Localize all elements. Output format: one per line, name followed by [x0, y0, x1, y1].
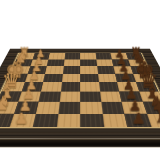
scene: ♜♟♟♜♞♟♟♞♝♟♟♝♚♟♟♚♛♟♟♛♝♟♟♝♞♟♟♞♜♟♟♜ — [0, 0, 160, 160]
square-e5[interactable] — [80, 74, 99, 82]
square-a5[interactable] — [80, 114, 104, 127]
square-b3[interactable] — [36, 102, 59, 114]
square-a4[interactable] — [56, 114, 80, 127]
square-b5[interactable] — [80, 102, 102, 114]
chess-board: ♜♟♟♜♞♟♟♞♝♟♟♝♚♟♟♚♛♟♟♛♝♟♟♝♞♟♟♞♜♟♟♜ — [0, 49, 160, 139]
square-h4[interactable] — [64, 53, 80, 59]
board-edge — [0, 138, 160, 147]
square-f6[interactable] — [97, 66, 115, 74]
piece-black-rook[interactable]: ♜ — [154, 107, 160, 126]
square-d3[interactable] — [41, 82, 62, 91]
piece-white-rook[interactable]: ♜ — [0, 107, 6, 126]
square-h5[interactable] — [80, 53, 96, 59]
square-a2[interactable]: ♟ — [9, 114, 36, 127]
piece-white-pawn[interactable]: ♟ — [14, 111, 28, 126]
square-g3[interactable] — [47, 59, 64, 66]
square-d5[interactable] — [80, 82, 100, 91]
square-g4[interactable] — [63, 59, 80, 66]
square-g5[interactable] — [80, 59, 97, 66]
square-h6[interactable] — [95, 53, 112, 59]
square-c4[interactable] — [59, 91, 80, 101]
square-a7[interactable]: ♟ — [124, 114, 151, 127]
square-d6[interactable] — [99, 82, 120, 91]
board-grid: ♜♟♟♜♞♟♟♞♝♟♟♝♚♟♟♚♛♟♟♛♝♟♟♝♞♟♟♞♜♟♟♜ — [0, 53, 160, 127]
square-h3[interactable] — [48, 53, 65, 59]
square-b4[interactable] — [58, 102, 80, 114]
square-a6[interactable] — [102, 114, 127, 127]
square-c6[interactable] — [100, 91, 122, 101]
square-f4[interactable] — [62, 66, 80, 74]
square-e3[interactable] — [43, 74, 62, 82]
square-b6[interactable] — [101, 102, 124, 114]
square-g6[interactable] — [96, 59, 113, 66]
square-e4[interactable] — [62, 74, 81, 82]
square-a3[interactable] — [33, 114, 58, 127]
square-e6[interactable] — [98, 74, 117, 82]
square-d4[interactable] — [60, 82, 80, 91]
square-f5[interactable] — [80, 66, 98, 74]
square-c5[interactable] — [80, 91, 101, 101]
square-f3[interactable] — [45, 66, 63, 74]
piece-black-pawn[interactable]: ♟ — [132, 111, 146, 126]
chess-set-photo: ♜♟♟♜♞♟♟♞♝♟♟♝♚♟♟♚♛♟♟♛♝♟♟♝♞♟♟♞♜♟♟♜ — [0, 0, 160, 160]
square-c3[interactable] — [38, 91, 60, 101]
